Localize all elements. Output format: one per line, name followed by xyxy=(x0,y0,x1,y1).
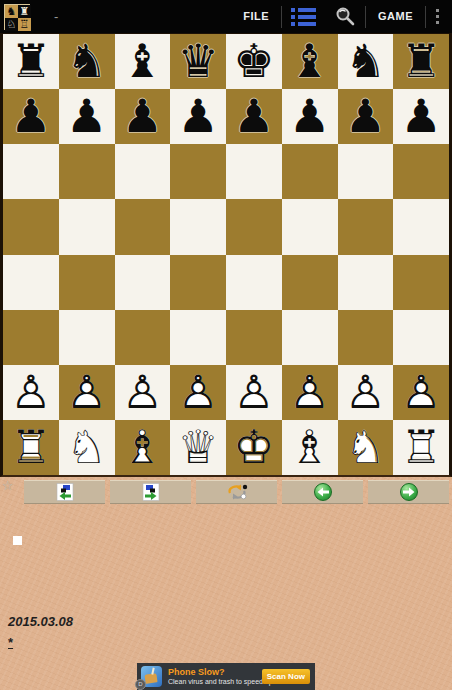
piece-black-pawn: ♟ xyxy=(170,89,226,144)
square-h5[interactable] xyxy=(393,199,449,254)
square-d3[interactable] xyxy=(170,310,226,365)
square-a4[interactable] xyxy=(3,255,59,310)
scan-now-button[interactable]: Scan Now xyxy=(262,669,310,684)
square-g5[interactable] xyxy=(338,199,394,254)
ad-banner[interactable]: Phone Slow? Clean virus and trash to spe… xyxy=(137,663,315,690)
square-h4[interactable] xyxy=(393,255,449,310)
square-b2[interactable]: ♟♙ xyxy=(59,365,115,420)
square-e4[interactable] xyxy=(226,255,282,310)
piece-black-bishop: ♝ xyxy=(115,34,171,89)
square-a3[interactable] xyxy=(3,310,59,365)
piece-black-pawn: ♟ xyxy=(338,89,394,144)
square-d5[interactable] xyxy=(170,199,226,254)
square-d7[interactable]: ♟ xyxy=(170,89,226,144)
piece-black-queen: ♛ xyxy=(170,34,226,89)
navigation-toolbar xyxy=(24,480,449,504)
piece-white-bishop: ♝♗ xyxy=(282,420,338,475)
square-c5[interactable] xyxy=(115,199,171,254)
piece-white-pawn: ♟♙ xyxy=(3,365,59,420)
piece-black-king: ♚ xyxy=(226,34,282,89)
square-d8[interactable]: ♛ xyxy=(170,34,226,89)
piece-white-pawn: ♟♙ xyxy=(115,365,171,420)
square-a5[interactable] xyxy=(3,199,59,254)
app-icon-knight: ♞ xyxy=(5,5,18,18)
square-g6[interactable] xyxy=(338,144,394,199)
square-h3[interactable] xyxy=(393,310,449,365)
piece-white-pawn: ♟♙ xyxy=(338,365,394,420)
square-b8[interactable]: ♞ xyxy=(59,34,115,89)
square-g8[interactable]: ♞ xyxy=(338,34,394,89)
square-f4[interactable] xyxy=(282,255,338,310)
square-d1[interactable]: ♛♕ xyxy=(170,420,226,475)
window-title: - xyxy=(54,9,58,24)
square-h6[interactable] xyxy=(393,144,449,199)
previous-move-button[interactable] xyxy=(282,480,363,504)
square-f7[interactable]: ♟ xyxy=(282,89,338,144)
piece-white-pawn: ♟♙ xyxy=(170,365,226,420)
next-move-button[interactable] xyxy=(368,480,449,504)
square-d4[interactable] xyxy=(170,255,226,310)
game-date: 2015.03.08 xyxy=(8,614,73,629)
square-a6[interactable] xyxy=(3,144,59,199)
square-h1[interactable]: ♜♖ xyxy=(393,420,449,475)
app-icon-rook: ♜ xyxy=(18,5,31,18)
square-e7[interactable]: ♟ xyxy=(226,89,282,144)
piece-white-rook: ♜♖ xyxy=(393,420,449,475)
square-g3[interactable] xyxy=(338,310,394,365)
piece-white-king: ♚♔ xyxy=(226,420,282,475)
file-menu-button[interactable]: FILE xyxy=(231,0,281,33)
square-b6[interactable] xyxy=(59,144,115,199)
square-c8[interactable]: ♝ xyxy=(115,34,171,89)
square-h7[interactable]: ♟ xyxy=(393,89,449,144)
piece-black-pawn: ♟ xyxy=(393,89,449,144)
piece-white-queen: ♛♕ xyxy=(170,420,226,475)
square-g4[interactable] xyxy=(338,255,394,310)
move-list-button[interactable] xyxy=(282,0,325,33)
square-c1[interactable]: ♝♗ xyxy=(115,420,171,475)
square-e1[interactable]: ♚♔ xyxy=(226,420,282,475)
square-b5[interactable] xyxy=(59,199,115,254)
square-c4[interactable] xyxy=(115,255,171,310)
game-menu-button[interactable]: GAME xyxy=(366,0,425,33)
square-b3[interactable] xyxy=(59,310,115,365)
piece-black-rook: ♜ xyxy=(3,34,59,89)
square-h2[interactable]: ♟♙ xyxy=(393,365,449,420)
piece-black-rook: ♜ xyxy=(393,34,449,89)
action-bar: ♞ ♜ ♘ ♖ - FILE GAME xyxy=(0,0,452,33)
square-h8[interactable]: ♜ xyxy=(393,34,449,89)
piece-white-pawn: ♟♙ xyxy=(393,365,449,420)
app-icon[interactable]: ♞ ♜ ♘ ♖ xyxy=(4,4,30,30)
piece-black-pawn: ♟ xyxy=(115,89,171,144)
square-e6[interactable] xyxy=(226,144,282,199)
overflow-menu-icon[interactable] xyxy=(426,9,452,24)
square-f6[interactable] xyxy=(282,144,338,199)
square-d6[interactable] xyxy=(170,144,226,199)
ad-subtitle: Clean virus and trash to speed up xyxy=(168,677,258,686)
square-f5[interactable] xyxy=(282,199,338,254)
square-c2[interactable]: ♟♙ xyxy=(115,365,171,420)
piece-black-pawn: ♟ xyxy=(3,89,59,144)
jump-to-start-button[interactable] xyxy=(24,480,105,504)
piece-white-pawn: ♟♙ xyxy=(59,365,115,420)
rotate-colors-icon xyxy=(226,484,248,500)
piece-white-pawn: ♟♙ xyxy=(226,365,282,420)
square-g2[interactable]: ♟♙ xyxy=(338,365,394,420)
square-b7[interactable]: ♟ xyxy=(59,89,115,144)
search-icon xyxy=(334,6,356,28)
square-g1[interactable]: ♞♘ xyxy=(338,420,394,475)
ad-title: Phone Slow? xyxy=(168,667,258,677)
square-f1[interactable]: ♝♗ xyxy=(282,420,338,475)
square-c7[interactable]: ♟ xyxy=(115,89,171,144)
square-e5[interactable] xyxy=(226,199,282,254)
square-f2[interactable]: ♟♙ xyxy=(282,365,338,420)
square-a7[interactable]: ♟ xyxy=(3,89,59,144)
app-icon-rook-white: ♖ xyxy=(18,18,31,31)
square-g7[interactable]: ♟ xyxy=(338,89,394,144)
square-c6[interactable] xyxy=(115,144,171,199)
square-e2[interactable]: ♟♙ xyxy=(226,365,282,420)
square-f3[interactable] xyxy=(282,310,338,365)
square-b4[interactable] xyxy=(59,255,115,310)
move-list-icon xyxy=(291,7,316,26)
flag-arrow-left-icon xyxy=(56,483,74,501)
piece-white-bishop: ♝♗ xyxy=(115,420,171,475)
square-e8[interactable]: ♚ xyxy=(226,34,282,89)
green-arrow-left-icon xyxy=(314,483,332,501)
piece-white-knight: ♞♘ xyxy=(338,420,394,475)
flag-arrow-right-icon xyxy=(142,483,160,501)
square-d2[interactable]: ♟♙ xyxy=(170,365,226,420)
green-arrow-right-icon xyxy=(400,483,418,501)
piece-black-pawn: ♟ xyxy=(59,89,115,144)
square-b1[interactable]: ♞♘ xyxy=(59,420,115,475)
piece-black-knight: ♞ xyxy=(59,34,115,89)
piece-black-bishop: ♝ xyxy=(282,34,338,89)
square-a1[interactable]: ♜♖ xyxy=(3,420,59,475)
square-a8[interactable]: ♜ xyxy=(3,34,59,89)
search-button[interactable] xyxy=(325,0,365,33)
piece-black-knight: ♞ xyxy=(338,34,394,89)
broom-icon xyxy=(144,673,157,684)
square-c3[interactable] xyxy=(115,310,171,365)
piece-white-pawn: ♟♙ xyxy=(282,365,338,420)
square-a2[interactable]: ♟♙ xyxy=(3,365,59,420)
cursor-marker xyxy=(13,536,22,545)
square-e3[interactable] xyxy=(226,310,282,365)
ad-info-badge[interactable]: D xyxy=(135,679,146,690)
piece-white-rook: ♜♖ xyxy=(3,420,59,475)
flip-colors-button[interactable] xyxy=(196,480,277,504)
chess-board: ♜♞♝♛♚♝♞♜♟♟♟♟♟♟♟♟♟♙♟♙♟♙♟♙♟♙♟♙♟♙♟♙♜♖♞♘♝♗♛♕… xyxy=(0,33,452,477)
app-icon-knight-white: ♘ xyxy=(5,18,18,31)
piece-black-pawn: ♟ xyxy=(226,89,282,144)
favorite-star-icon[interactable]: ☆ xyxy=(2,478,14,493)
jump-to-end-button[interactable] xyxy=(110,480,191,504)
game-result-marker[interactable]: * xyxy=(8,635,13,650)
piece-white-knight: ♞♘ xyxy=(59,420,115,475)
square-f8[interactable]: ♝ xyxy=(282,34,338,89)
piece-black-pawn: ♟ xyxy=(282,89,338,144)
